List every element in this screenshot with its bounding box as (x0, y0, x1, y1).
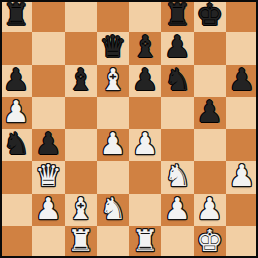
square-a5[interactable]: ♟ (0, 97, 32, 129)
square-a2[interactable] (0, 194, 32, 226)
piece-white-pawn[interactable]: ♟ (164, 193, 191, 225)
piece-black-rook[interactable]: ♜ (164, 0, 191, 31)
square-d8[interactable] (97, 0, 129, 32)
square-d4[interactable]: ♟ (97, 129, 129, 161)
square-g4[interactable] (194, 129, 226, 161)
square-c7[interactable] (65, 32, 97, 64)
square-b6[interactable] (32, 65, 64, 97)
square-b8[interactable] (32, 0, 64, 32)
square-b5[interactable] (32, 97, 64, 129)
square-d3[interactable] (97, 161, 129, 193)
square-a4[interactable]: ♞ (0, 129, 32, 161)
square-d6[interactable]: ♝ (97, 65, 129, 97)
piece-black-knight[interactable]: ♞ (164, 64, 191, 96)
square-e8[interactable] (129, 0, 161, 32)
square-a1[interactable] (0, 226, 32, 258)
square-d5[interactable] (97, 97, 129, 129)
square-g3[interactable] (194, 161, 226, 193)
square-h4[interactable] (226, 129, 258, 161)
piece-black-king[interactable]: ♚ (196, 0, 223, 31)
square-c8[interactable] (65, 0, 97, 32)
square-b2[interactable]: ♟ (32, 194, 64, 226)
square-f7[interactable]: ♟ (161, 32, 193, 64)
square-f4[interactable] (161, 129, 193, 161)
square-e6[interactable]: ♟ (129, 65, 161, 97)
piece-white-pawn[interactable]: ♟ (132, 128, 159, 160)
piece-white-pawn[interactable]: ♟ (99, 128, 126, 160)
square-h3[interactable]: ♟ (226, 161, 258, 193)
square-g1[interactable]: ♚ (194, 226, 226, 258)
square-c1[interactable]: ♜ (65, 226, 97, 258)
piece-black-bishop[interactable]: ♝ (132, 31, 159, 63)
square-h6[interactable]: ♟ (226, 65, 258, 97)
square-c4[interactable] (65, 129, 97, 161)
piece-white-rook[interactable]: ♜ (67, 225, 94, 257)
piece-white-bishop[interactable]: ♝ (67, 193, 94, 225)
square-h5[interactable] (226, 97, 258, 129)
square-a6[interactable]: ♟ (0, 65, 32, 97)
piece-black-pawn[interactable]: ♟ (132, 64, 159, 96)
square-a3[interactable] (0, 161, 32, 193)
piece-black-pawn[interactable]: ♟ (3, 64, 30, 96)
square-e4[interactable]: ♟ (129, 129, 161, 161)
square-e5[interactable] (129, 97, 161, 129)
square-d1[interactable] (97, 226, 129, 258)
square-c5[interactable] (65, 97, 97, 129)
piece-white-knight[interactable]: ♞ (99, 193, 126, 225)
square-h2[interactable] (226, 194, 258, 226)
square-a7[interactable] (0, 32, 32, 64)
square-f5[interactable] (161, 97, 193, 129)
piece-white-pawn[interactable]: ♟ (35, 193, 62, 225)
square-g2[interactable]: ♟ (194, 194, 226, 226)
piece-white-rook[interactable]: ♜ (132, 225, 159, 257)
square-c2[interactable]: ♝ (65, 194, 97, 226)
square-c6[interactable]: ♝ (65, 65, 97, 97)
piece-black-pawn[interactable]: ♟ (228, 64, 255, 96)
square-c3[interactable] (65, 161, 97, 193)
piece-black-queen[interactable]: ♛ (99, 31, 126, 63)
chess-board: ♜♜♚♛♝♟♟♝♝♟♞♟♟♟♞♟♟♟♛♞♟♟♝♞♟♟♜♜♚ (0, 0, 258, 258)
piece-black-pawn[interactable]: ♟ (164, 31, 191, 63)
square-d7[interactable]: ♛ (97, 32, 129, 64)
piece-black-knight[interactable]: ♞ (3, 128, 30, 160)
square-e1[interactable]: ♜ (129, 226, 161, 258)
square-g5[interactable]: ♟ (194, 97, 226, 129)
square-f3[interactable]: ♞ (161, 161, 193, 193)
piece-white-bishop[interactable]: ♝ (99, 64, 126, 96)
piece-black-bishop[interactable]: ♝ (67, 64, 94, 96)
square-d2[interactable]: ♞ (97, 194, 129, 226)
square-b1[interactable] (32, 226, 64, 258)
square-h1[interactable] (226, 226, 258, 258)
piece-black-rook[interactable]: ♜ (3, 0, 30, 31)
square-e7[interactable]: ♝ (129, 32, 161, 64)
square-f6[interactable]: ♞ (161, 65, 193, 97)
square-e3[interactable] (129, 161, 161, 193)
square-b3[interactable]: ♛ (32, 161, 64, 193)
square-b4[interactable]: ♟ (32, 129, 64, 161)
piece-white-pawn[interactable]: ♟ (228, 160, 255, 192)
piece-white-king[interactable]: ♚ (196, 225, 223, 257)
square-h8[interactable] (226, 0, 258, 32)
square-f8[interactable]: ♜ (161, 0, 193, 32)
piece-white-knight[interactable]: ♞ (164, 160, 191, 192)
square-f1[interactable] (161, 226, 193, 258)
piece-black-pawn[interactable]: ♟ (35, 128, 62, 160)
square-h7[interactable] (226, 32, 258, 64)
chess-board-container: ♜♜♚♛♝♟♟♝♝♟♞♟♟♟♞♟♟♟♛♞♟♟♝♞♟♟♜♜♚ (0, 0, 258, 258)
piece-black-pawn[interactable]: ♟ (196, 96, 223, 128)
square-f2[interactable]: ♟ (161, 194, 193, 226)
square-g6[interactable] (194, 65, 226, 97)
piece-white-pawn[interactable]: ♟ (196, 193, 223, 225)
square-g7[interactable] (194, 32, 226, 64)
square-e2[interactable] (129, 194, 161, 226)
square-a8[interactable]: ♜ (0, 0, 32, 32)
piece-white-pawn[interactable]: ♟ (3, 96, 30, 128)
piece-white-queen[interactable]: ♛ (35, 160, 62, 192)
square-g8[interactable]: ♚ (194, 0, 226, 32)
square-b7[interactable] (32, 32, 64, 64)
